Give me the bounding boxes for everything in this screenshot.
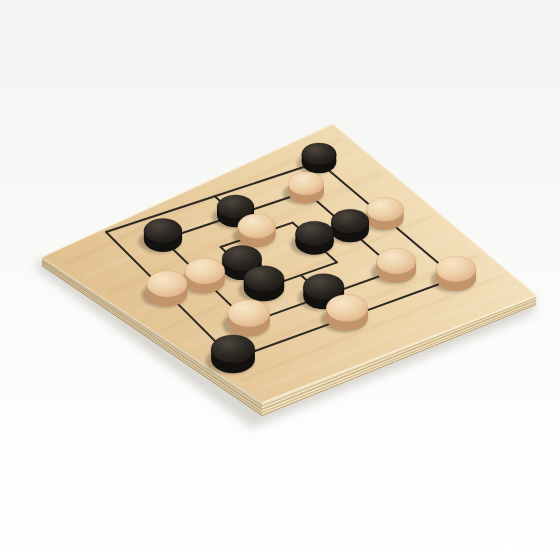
board-photo <box>0 0 560 560</box>
piece-top <box>288 172 324 195</box>
piece-top <box>238 214 276 239</box>
morris-board <box>0 0 560 560</box>
piece-top <box>185 258 225 284</box>
piece-top <box>211 335 255 363</box>
point-e5[interactable] <box>328 253 346 271</box>
point-a1[interactable] <box>97 223 115 241</box>
piece-top <box>144 218 182 243</box>
piece-top <box>376 248 416 274</box>
piece-top <box>326 295 368 322</box>
piece-top <box>366 197 403 221</box>
piece-top <box>228 300 270 327</box>
piece-top <box>436 256 476 282</box>
piece-top <box>295 221 333 246</box>
piece-top <box>331 209 369 234</box>
piece-top <box>147 271 188 297</box>
piece-top <box>302 143 337 165</box>
piece-top <box>244 266 284 292</box>
